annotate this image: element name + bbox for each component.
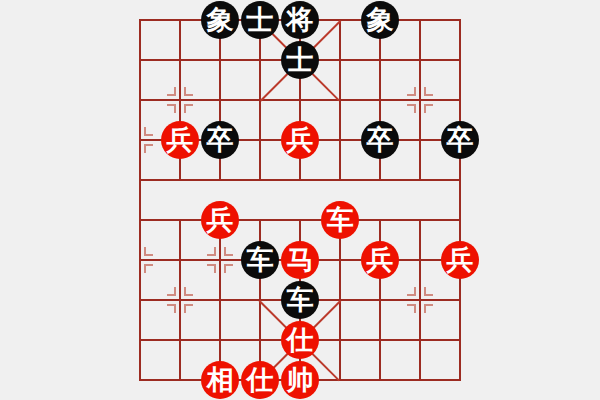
point-marker bbox=[184, 304, 193, 313]
piece-red-chariot[interactable]: 车 bbox=[321, 201, 359, 239]
piece-red-pawn[interactable]: 兵 bbox=[201, 201, 239, 239]
point-marker bbox=[144, 144, 153, 153]
point-marker bbox=[407, 87, 416, 96]
point-marker bbox=[407, 104, 416, 113]
piece-black-elephant[interactable]: 象 bbox=[361, 1, 399, 39]
piece-black-chariot[interactable]: 车 bbox=[241, 241, 279, 279]
piece-red-advisor[interactable]: 仕 bbox=[241, 361, 279, 399]
board-vline bbox=[419, 19, 421, 181]
point-marker bbox=[167, 87, 176, 96]
board-vline bbox=[459, 19, 461, 381]
piece-red-advisor[interactable]: 仕 bbox=[281, 321, 319, 359]
point-marker bbox=[167, 304, 176, 313]
point-marker bbox=[224, 264, 233, 273]
point-marker bbox=[424, 104, 433, 113]
board-vline bbox=[179, 219, 181, 381]
point-marker bbox=[144, 264, 153, 273]
piece-black-pawn[interactable]: 卒 bbox=[361, 121, 399, 159]
piece-black-advisor[interactable]: 士 bbox=[241, 1, 279, 39]
board-vline bbox=[139, 19, 141, 381]
point-marker bbox=[184, 87, 193, 96]
point-marker bbox=[224, 247, 233, 256]
point-marker bbox=[184, 104, 193, 113]
point-marker bbox=[184, 287, 193, 296]
point-marker bbox=[144, 247, 153, 256]
board-vline bbox=[219, 219, 221, 381]
piece-black-pawn[interactable]: 卒 bbox=[441, 121, 479, 159]
xiangqi-app: 象士将象士兵卒兵卒卒兵车车马兵兵车仕相仕帅 bbox=[0, 0, 600, 400]
point-marker bbox=[424, 287, 433, 296]
piece-red-king[interactable]: 帅 bbox=[281, 361, 319, 399]
point-marker bbox=[207, 247, 216, 256]
point-marker bbox=[424, 87, 433, 96]
piece-red-pawn[interactable]: 兵 bbox=[361, 241, 399, 279]
piece-black-king[interactable]: 将 bbox=[281, 1, 319, 39]
piece-black-pawn[interactable]: 卒 bbox=[201, 121, 239, 159]
point-marker bbox=[207, 264, 216, 273]
piece-black-elephant[interactable]: 象 bbox=[201, 1, 239, 39]
piece-red-elephant[interactable]: 相 bbox=[201, 361, 239, 399]
piece-black-chariot[interactable]: 车 bbox=[281, 281, 319, 319]
point-marker bbox=[407, 304, 416, 313]
piece-black-advisor[interactable]: 士 bbox=[281, 41, 319, 79]
point-marker bbox=[407, 287, 416, 296]
piece-red-pawn[interactable]: 兵 bbox=[161, 121, 199, 159]
piece-red-pawn[interactable]: 兵 bbox=[281, 121, 319, 159]
point-marker bbox=[424, 304, 433, 313]
piece-red-pawn[interactable]: 兵 bbox=[441, 241, 479, 279]
board-vline bbox=[419, 219, 421, 381]
piece-red-horse[interactable]: 马 bbox=[281, 241, 319, 279]
point-marker bbox=[167, 287, 176, 296]
point-marker bbox=[167, 104, 176, 113]
xiangqi-board: 象士将象士兵卒兵卒卒兵车车马兵兵车仕相仕帅 bbox=[0, 0, 600, 400]
point-marker bbox=[144, 127, 153, 136]
